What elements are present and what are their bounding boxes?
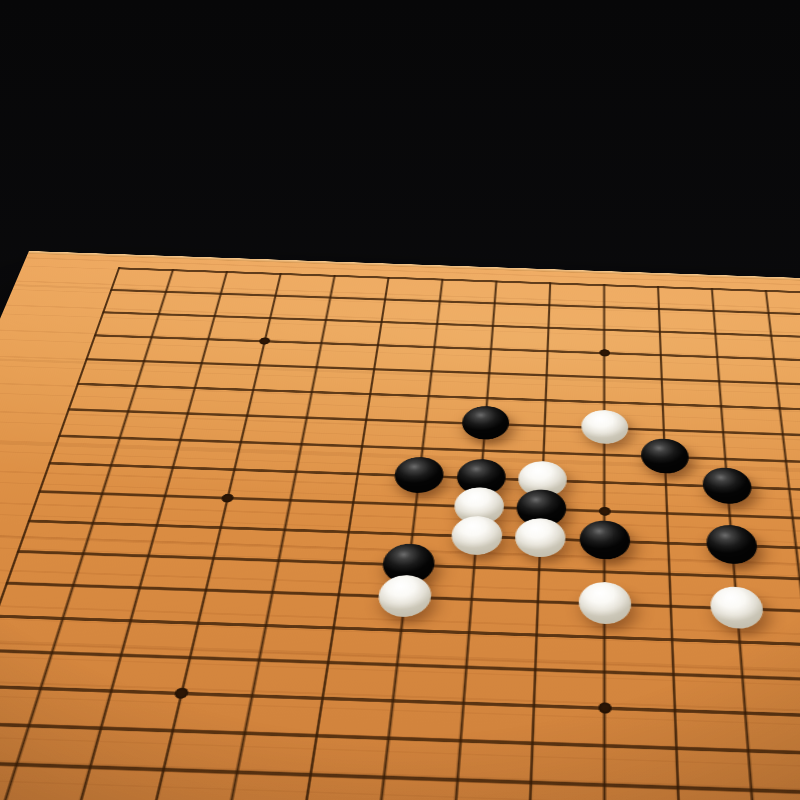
camera-roll-wrapper	[0, 0, 800, 800]
star-point	[599, 506, 611, 515]
star-point	[598, 702, 611, 714]
board-grid	[0, 267, 800, 800]
scene	[0, 0, 800, 800]
star-point	[599, 349, 610, 356]
go-board[interactable]	[0, 251, 800, 800]
